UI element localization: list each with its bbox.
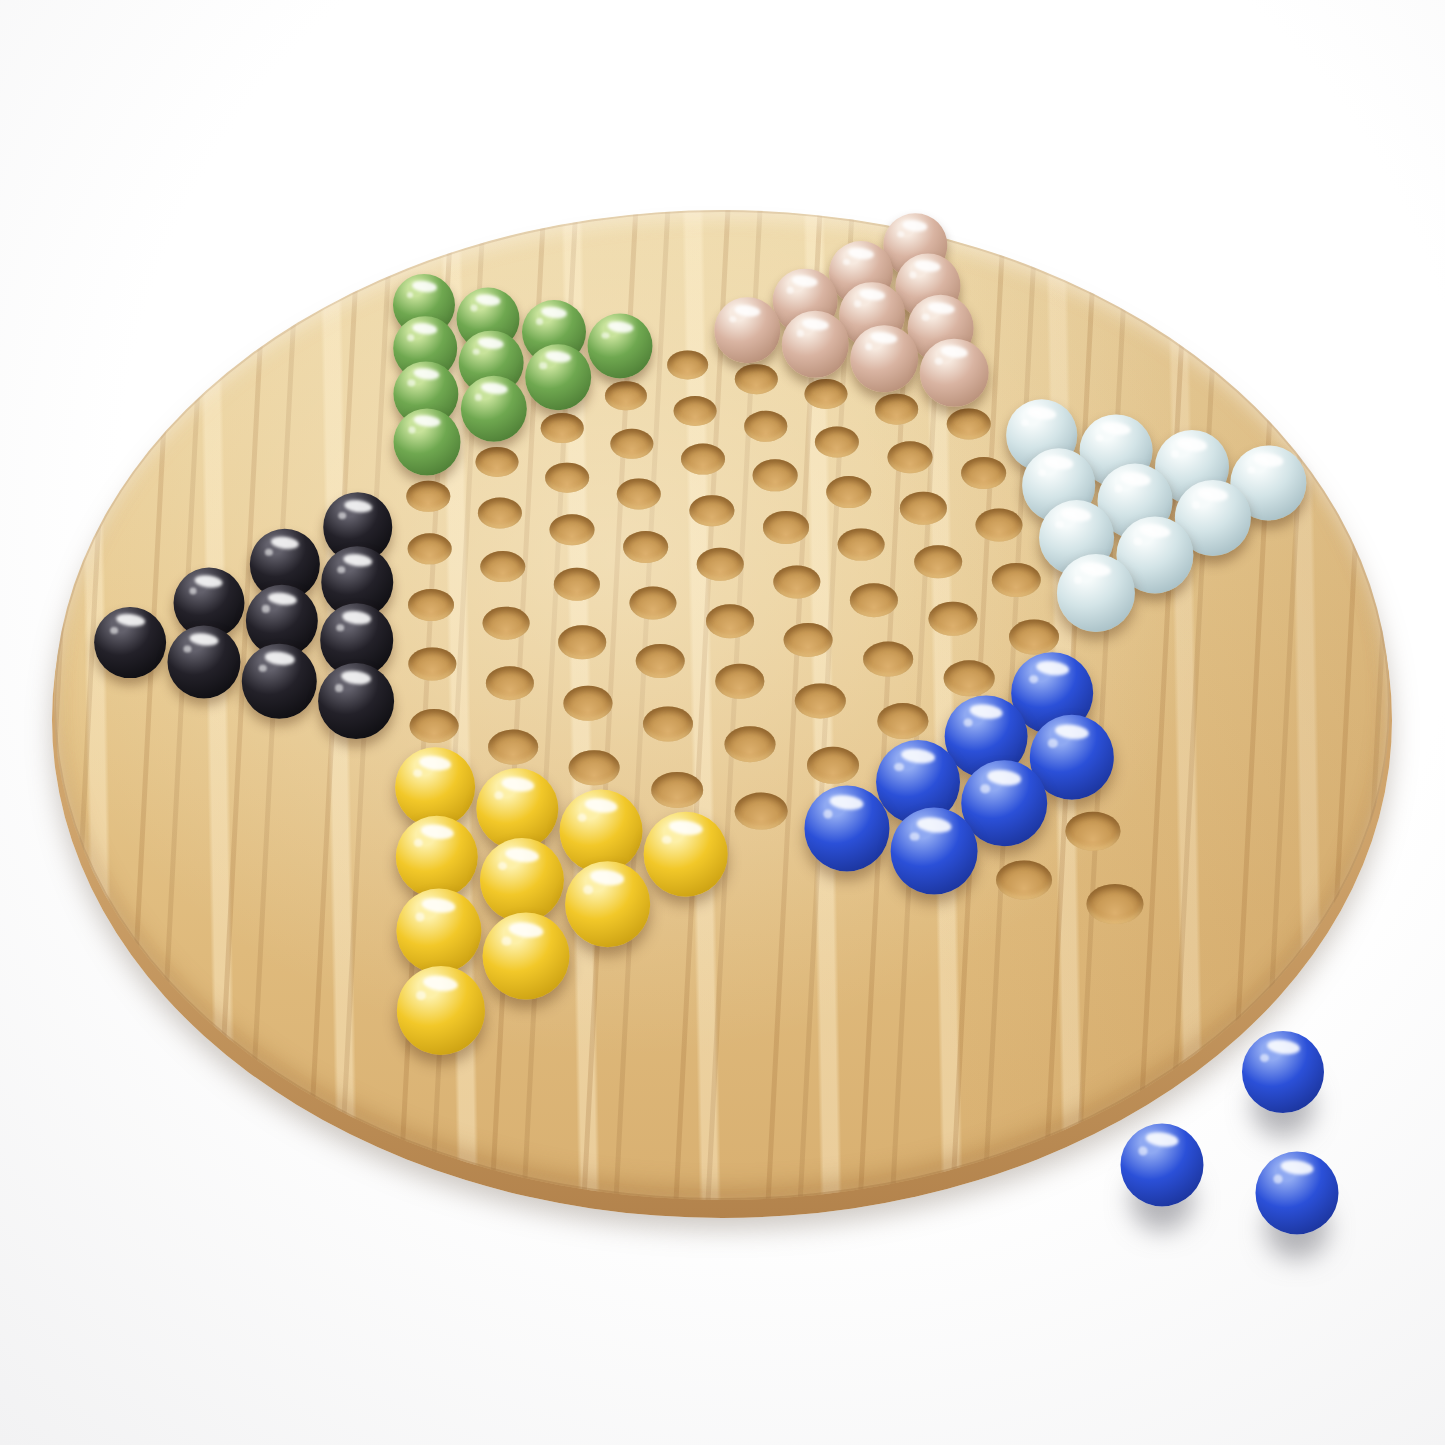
scene [0, 0, 1445, 1445]
offboard-marbles-layer [0, 0, 1445, 1445]
marble-blue-offboard[interactable] [1256, 1152, 1339, 1235]
marble-highlight-dot [1274, 1175, 1283, 1183]
marble-highlight-dot [1260, 1054, 1269, 1062]
marble-highlight [1266, 1038, 1300, 1056]
marble-highlight [1280, 1159, 1315, 1177]
marble-blue-offboard[interactable] [1121, 1124, 1204, 1207]
marble-highlight [1145, 1131, 1180, 1149]
marble-highlight-dot [1139, 1147, 1148, 1155]
marble-blue-offboard[interactable] [1242, 1031, 1324, 1113]
